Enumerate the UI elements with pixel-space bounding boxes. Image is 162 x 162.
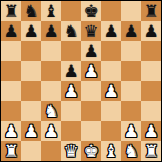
square-f5[interactable] [101,61,121,81]
square-d6[interactable] [61,41,81,61]
square-d2[interactable] [61,121,81,141]
square-b7[interactable]: ♟ [21,21,41,41]
square-a8[interactable]: ♜ [1,1,21,21]
white-pawn[interactable]: ♟ [143,121,158,141]
square-d3[interactable] [61,101,81,121]
black-pawn[interactable]: ♟ [3,21,18,41]
square-a4[interactable] [1,81,21,101]
black-pawn[interactable]: ♟ [83,41,98,61]
square-h1[interactable]: ♜ [141,141,161,161]
square-a1[interactable]: ♜ [1,141,21,161]
white-king[interactable]: ♚ [83,141,98,161]
white-pawn[interactable]: ♟ [83,61,98,81]
square-b5[interactable] [21,61,41,81]
square-e1[interactable]: ♚ [81,141,101,161]
black-pawn[interactable]: ♟ [63,61,78,81]
black-knight[interactable]: ♞ [23,1,38,21]
black-pawn[interactable]: ♟ [123,21,138,41]
white-knight[interactable]: ♞ [123,141,138,161]
square-d5[interactable]: ♟ [61,61,81,81]
square-a2[interactable]: ♟ [1,121,21,141]
square-c5[interactable] [41,61,61,81]
white-pawn[interactable]: ♟ [23,121,38,141]
square-e3[interactable] [81,101,101,121]
white-pawn[interactable]: ♟ [43,121,58,141]
black-queen[interactable]: ♛ [83,21,98,41]
square-e4[interactable] [81,81,101,101]
square-h6[interactable] [141,41,161,61]
black-rook[interactable]: ♜ [143,1,158,21]
square-c4[interactable] [41,81,61,101]
square-c2[interactable]: ♟ [41,121,61,141]
square-h5[interactable] [141,61,161,81]
square-f2[interactable] [101,121,121,141]
black-knight[interactable]: ♞ [63,21,78,41]
square-f7[interactable]: ♟ [101,21,121,41]
white-pawn[interactable]: ♟ [123,121,138,141]
square-a7[interactable]: ♟ [1,21,21,41]
square-b1[interactable] [21,141,41,161]
square-c3[interactable]: ♞ [41,101,61,121]
square-a5[interactable] [1,61,21,81]
square-c1[interactable] [41,141,61,161]
square-h8[interactable]: ♜ [141,1,161,21]
black-pawn[interactable]: ♟ [103,21,118,41]
square-g1[interactable]: ♞ [121,141,141,161]
square-g4[interactable] [121,81,141,101]
square-e5[interactable]: ♟ [81,61,101,81]
square-g8[interactable] [121,1,141,21]
chess-board: ♜♞♝♚♜♟♟♟♞♛♟♟♟♟♟♟♟♟♞♟♟♟♟♟♜♛♚♝♞♜ [0,0,162,162]
square-d4[interactable]: ♟ [61,81,81,101]
square-b8[interactable]: ♞ [21,1,41,21]
black-pawn[interactable]: ♟ [23,21,38,41]
square-d8[interactable] [61,1,81,21]
square-c7[interactable]: ♟ [41,21,61,41]
square-f3[interactable] [101,101,121,121]
square-a3[interactable] [1,101,21,121]
white-pawn[interactable]: ♟ [103,81,118,101]
black-pawn[interactable]: ♟ [43,21,58,41]
square-b2[interactable]: ♟ [21,121,41,141]
white-rook[interactable]: ♜ [3,141,18,161]
square-g7[interactable]: ♟ [121,21,141,41]
square-e6[interactable]: ♟ [81,41,101,61]
square-b4[interactable] [21,81,41,101]
square-e8[interactable]: ♚ [81,1,101,21]
square-c8[interactable]: ♝ [41,1,61,21]
black-bishop[interactable]: ♝ [43,1,58,21]
square-d1[interactable]: ♛ [61,141,81,161]
square-d7[interactable]: ♞ [61,21,81,41]
square-f1[interactable]: ♝ [101,141,121,161]
square-g5[interactable] [121,61,141,81]
square-f4[interactable]: ♟ [101,81,121,101]
square-h7[interactable]: ♟ [141,21,161,41]
square-h4[interactable] [141,81,161,101]
square-h3[interactable] [141,101,161,121]
square-f8[interactable] [101,1,121,21]
white-knight[interactable]: ♞ [43,101,58,121]
square-e2[interactable] [81,121,101,141]
square-g3[interactable] [121,101,141,121]
square-g6[interactable] [121,41,141,61]
black-pawn[interactable]: ♟ [143,21,158,41]
square-h2[interactable]: ♟ [141,121,161,141]
white-queen[interactable]: ♛ [63,141,78,161]
square-g2[interactable]: ♟ [121,121,141,141]
square-f6[interactable] [101,41,121,61]
square-e7[interactable]: ♛ [81,21,101,41]
square-b3[interactable] [21,101,41,121]
white-bishop[interactable]: ♝ [103,141,118,161]
square-c6[interactable] [41,41,61,61]
square-a6[interactable] [1,41,21,61]
white-pawn[interactable]: ♟ [3,121,18,141]
black-rook[interactable]: ♜ [3,1,18,21]
black-king[interactable]: ♚ [83,1,98,21]
square-b6[interactable] [21,41,41,61]
white-pawn[interactable]: ♟ [63,81,78,101]
white-rook[interactable]: ♜ [143,141,158,161]
